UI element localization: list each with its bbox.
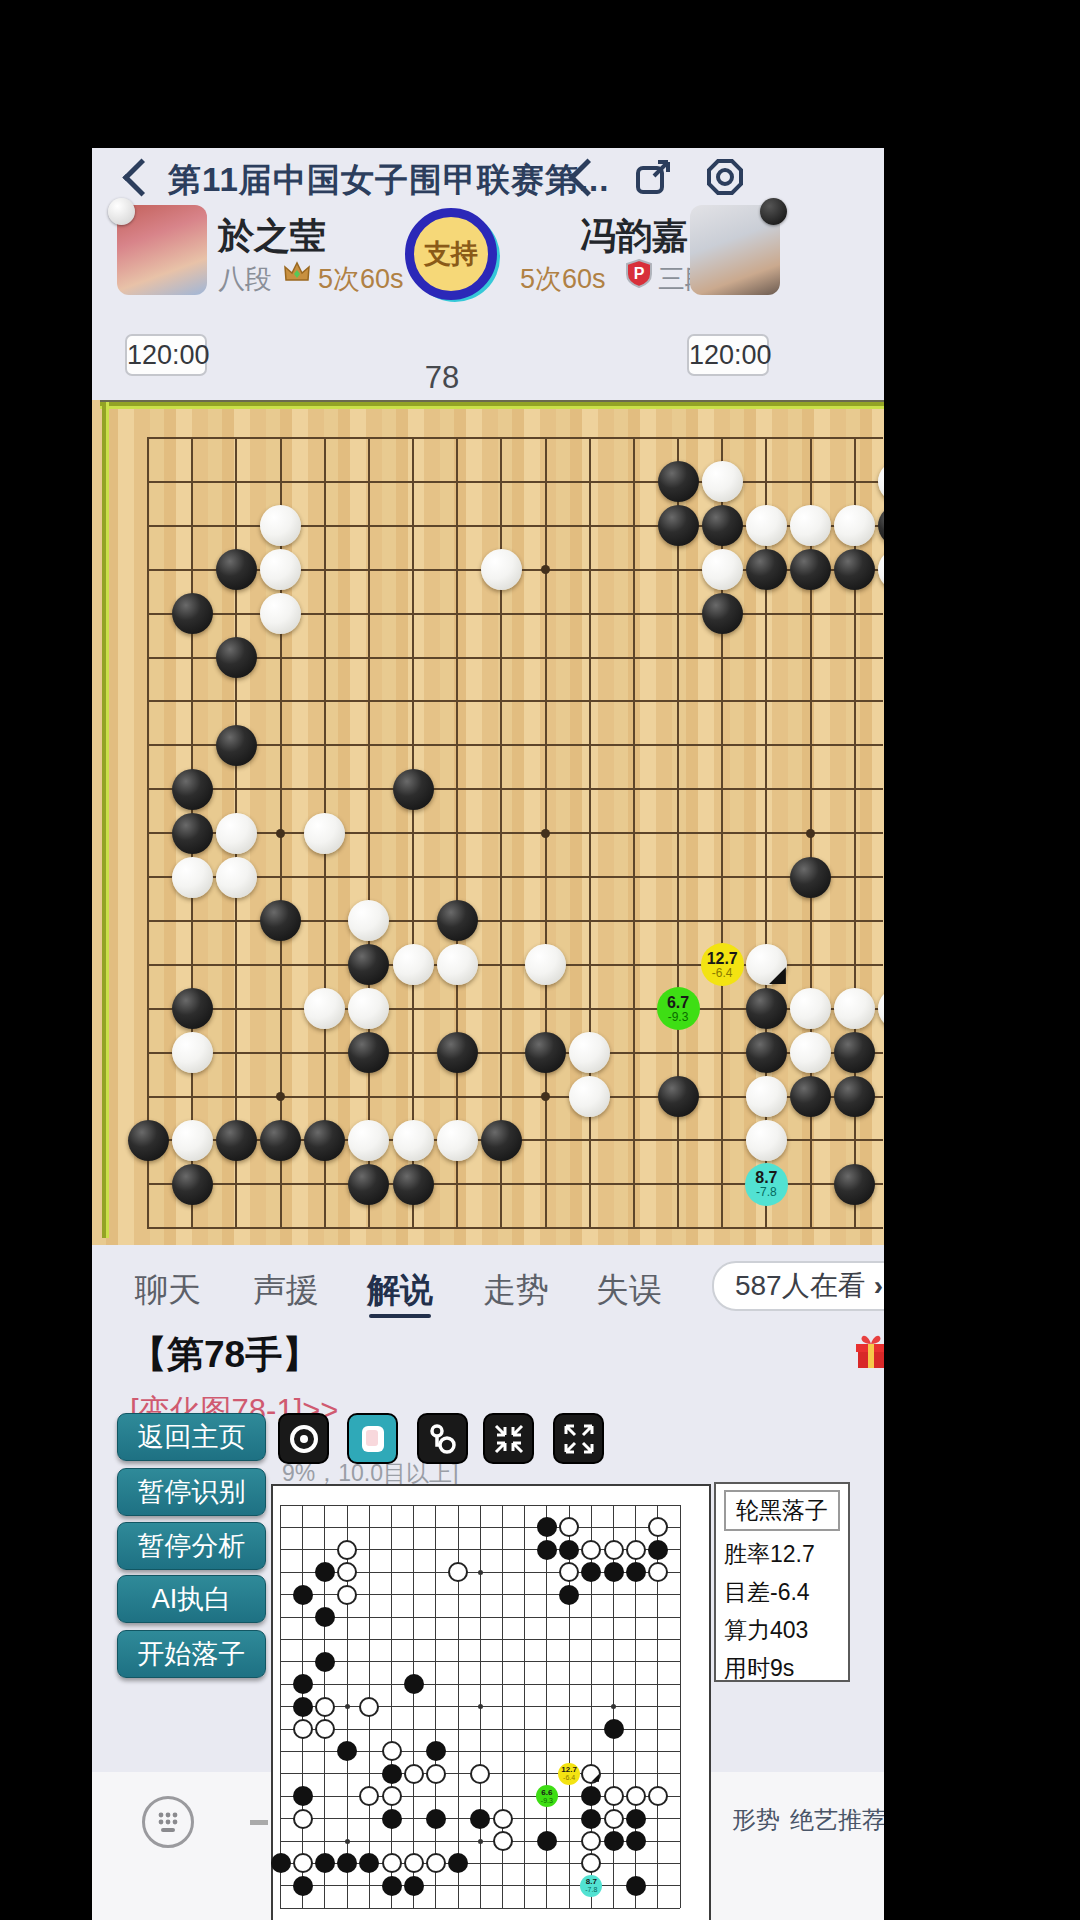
score-diff-value: -6.4 — [770, 1579, 810, 1605]
stone-black — [337, 1741, 357, 1761]
page-title: 第11届中国女子围甲联赛第... — [168, 158, 609, 203]
black-stone-badge — [760, 198, 787, 225]
score-diff-label: 目差 — [724, 1579, 770, 1605]
stone-white — [604, 1540, 624, 1560]
stone-black — [172, 769, 213, 810]
phone-screenshot: 第11届中国女子围甲联赛第... 於之莹 八段 5次60s 120:00 支持 … — [0, 0, 1080, 1920]
stone-white — [293, 1809, 313, 1829]
stone-black — [293, 1876, 313, 1896]
black-player-clock: 120:00 — [125, 334, 207, 376]
stone-white — [437, 1120, 478, 1161]
viewers-pill[interactable]: 587人在看 › — [712, 1261, 884, 1311]
stone-white — [337, 1585, 357, 1605]
stone-black — [260, 900, 301, 941]
tab-commentary[interactable]: 解说 — [367, 1268, 433, 1313]
stone-black — [315, 1853, 335, 1873]
stone-white — [382, 1786, 402, 1806]
stone-white — [172, 1120, 213, 1161]
mini-recognition-board: 12.7-6.46.6-9.38.7-7.8 — [271, 1484, 711, 1920]
stone-black — [293, 1585, 313, 1605]
back-chevron-icon[interactable] — [128, 164, 155, 191]
stone-black — [216, 637, 257, 678]
hoshi-point — [276, 1092, 285, 1101]
stone-white — [648, 1517, 668, 1537]
branch-icon[interactable] — [417, 1413, 468, 1464]
stone-white — [702, 549, 743, 590]
settings-icon[interactable] — [704, 156, 746, 202]
stone-white — [559, 1517, 579, 1537]
stone-white — [304, 813, 345, 854]
stone-white — [426, 1764, 446, 1784]
chevron-right-icon: › — [874, 1270, 883, 1302]
go-app: 第11届中国女子围甲联赛第... 於之莹 八段 5次60s 120:00 支持 … — [92, 148, 884, 1920]
stone-black — [559, 1540, 579, 1560]
stone-black — [834, 1032, 875, 1073]
ai-move-suggestion: 6.7-9.3 — [657, 987, 700, 1030]
last-move-marker — [591, 1774, 599, 1782]
stone-white — [790, 1032, 831, 1073]
stone-black — [626, 1876, 646, 1896]
stone-black — [172, 988, 213, 1029]
stone-white — [348, 900, 389, 941]
stone-black — [293, 1674, 313, 1694]
stone-white — [404, 1853, 424, 1873]
stone-white — [626, 1786, 646, 1806]
stone-white — [172, 1032, 213, 1073]
stone-white — [581, 1853, 601, 1873]
pause-recognition-button[interactable]: 暂停识别 — [117, 1468, 266, 1516]
stone-white — [359, 1786, 379, 1806]
stone-black — [437, 1032, 478, 1073]
stone-white — [626, 1540, 646, 1560]
stone-black — [315, 1652, 335, 1672]
stone-black — [581, 1809, 601, 1829]
stone-black — [382, 1764, 402, 1784]
stone-black — [348, 1032, 389, 1073]
stone-white — [493, 1809, 513, 1829]
last-move-marker — [769, 967, 786, 984]
hoshi-point — [806, 829, 815, 838]
stone-black — [525, 1032, 566, 1073]
stone-white — [437, 944, 478, 985]
stone-black — [746, 1032, 787, 1073]
stone-black — [878, 505, 884, 546]
stone-black — [271, 1853, 291, 1873]
stone-white — [260, 549, 301, 590]
stone-white — [493, 1831, 513, 1851]
stone-white — [260, 593, 301, 634]
ai-move-suggestion: 8.7-7.8 — [580, 1875, 602, 1897]
stone-white — [790, 988, 831, 1029]
stone-black — [626, 1562, 646, 1582]
stone-white — [581, 1831, 601, 1851]
stone-white — [348, 1120, 389, 1161]
expand-icon[interactable] — [553, 1413, 604, 1464]
time-used-value: 9s — [770, 1655, 794, 1681]
ai-move-suggestion: 12.7-6.4 — [558, 1763, 580, 1785]
stone-black — [626, 1809, 646, 1829]
stone-black — [348, 944, 389, 985]
stone-black — [658, 505, 699, 546]
stone-black — [470, 1809, 490, 1829]
stone-black — [537, 1540, 557, 1560]
stone-black — [658, 461, 699, 502]
stone-black — [293, 1697, 313, 1717]
stone-black — [746, 549, 787, 590]
stone-black — [128, 1120, 169, 1161]
stone-black — [702, 505, 743, 546]
stone-white — [359, 1697, 379, 1717]
stone-white — [559, 1562, 579, 1582]
stone-black — [172, 813, 213, 854]
tab-chat[interactable]: 聊天 — [135, 1268, 201, 1313]
playouts-label: 算力 — [724, 1617, 770, 1643]
stone-black — [172, 593, 213, 634]
shield-p-icon: P — [624, 258, 654, 292]
stone-black — [426, 1809, 446, 1829]
white-player-name: 冯韵嘉 — [580, 212, 688, 261]
stone-black — [702, 593, 743, 634]
stone-white — [604, 1809, 624, 1829]
ai-move-suggestion: 12.7-6.4 — [701, 943, 744, 986]
white-stone-badge — [108, 198, 135, 225]
stone-white — [834, 988, 875, 1029]
pause-analysis-button[interactable]: 暂停分析 — [117, 1522, 266, 1570]
stone-black — [437, 900, 478, 941]
active-tab-underline — [369, 1314, 431, 1318]
stone-white — [216, 813, 257, 854]
stone-white — [746, 944, 787, 985]
ai-move-suggestion: 6.6-9.3 — [536, 1785, 558, 1807]
hoshi-point — [541, 1092, 550, 1101]
stone-white — [304, 988, 345, 1029]
stone-black — [604, 1719, 624, 1739]
stone-black — [604, 1562, 624, 1582]
stone-black — [648, 1540, 668, 1560]
stone-white — [569, 1032, 610, 1073]
stone-white — [648, 1562, 668, 1582]
time-used-label: 用时 — [724, 1655, 770, 1681]
tab-trend[interactable]: 走势 — [483, 1268, 549, 1313]
stone-black — [658, 1076, 699, 1117]
stone-white — [834, 505, 875, 546]
black-player-rank: 八段 — [218, 261, 272, 297]
hoshi-point — [478, 1839, 483, 1844]
stone-white — [878, 549, 884, 590]
hoshi-point — [276, 829, 285, 838]
stone-black — [348, 1164, 389, 1205]
stone-white — [315, 1697, 335, 1717]
stone-black — [304, 1120, 345, 1161]
stone-black — [746, 988, 787, 1029]
stone-white — [878, 461, 884, 502]
stone-white — [746, 1120, 787, 1161]
stone-white — [172, 857, 213, 898]
hoshi-point — [611, 1704, 616, 1709]
emoji-keyboard-icon[interactable] — [142, 1796, 194, 1848]
stone-white — [315, 1719, 335, 1739]
tab-cheer[interactable]: 声援 — [253, 1268, 319, 1313]
move-number: 78 — [392, 360, 492, 396]
white-player-time-rule: 5次60s — [520, 261, 606, 297]
stone-black — [790, 857, 831, 898]
hoshi-point — [541, 565, 550, 574]
support-button[interactable]: 支持 — [405, 208, 497, 300]
stone-white — [382, 1853, 402, 1873]
stone-white — [470, 1764, 490, 1784]
divider-dash — [250, 1820, 268, 1825]
ai-recommend-button[interactable]: 绝艺推荐 — [790, 1804, 884, 1836]
stone-black — [604, 1831, 624, 1851]
white-player-clock: 120:00 — [687, 334, 769, 376]
stone-black — [382, 1809, 402, 1829]
stone-black — [426, 1741, 446, 1761]
stone-black — [216, 725, 257, 766]
stone-black — [393, 769, 434, 810]
hoshi-point — [345, 1704, 350, 1709]
black-player-time-rule: 5次60s — [318, 261, 404, 297]
stone-white — [790, 505, 831, 546]
stone-black — [172, 1164, 213, 1205]
start-play-button[interactable]: 开始落子 — [117, 1630, 266, 1678]
stone-black — [790, 549, 831, 590]
record-icon[interactable] — [278, 1413, 329, 1464]
ai-move-suggestion: 8.7-7.8 — [745, 1163, 788, 1206]
stone-white — [393, 1120, 434, 1161]
hoshi-point — [478, 1704, 483, 1709]
playouts-value: 403 — [770, 1617, 808, 1643]
stone-black — [337, 1853, 357, 1873]
stone-white — [581, 1540, 601, 1560]
stone-white — [878, 988, 884, 1029]
stone-black — [382, 1876, 402, 1896]
tab-mistakes[interactable]: 失误 — [596, 1268, 662, 1313]
stone-white — [604, 1786, 624, 1806]
stone-black — [293, 1786, 313, 1806]
stone-white — [481, 549, 522, 590]
stone-black — [359, 1853, 379, 1873]
stone-black — [834, 1076, 875, 1117]
stone-white — [216, 857, 257, 898]
stone-white — [382, 1741, 402, 1761]
hoshi-point — [478, 1570, 483, 1575]
stone-white — [404, 1764, 424, 1784]
collapse-chevron-icon[interactable] — [574, 164, 601, 191]
stone-black — [315, 1607, 335, 1627]
stone-white — [581, 1764, 601, 1784]
stone-white — [393, 944, 434, 985]
winrate-value: 12.7 — [770, 1541, 815, 1567]
stone-black — [404, 1674, 424, 1694]
stone-white — [293, 1719, 313, 1739]
stone-white — [426, 1853, 446, 1873]
go-board[interactable]: 12.7-6.46.7-9.38.7-7.8 — [92, 400, 884, 1245]
collapse-icon[interactable] — [483, 1413, 534, 1464]
stone-black — [626, 1831, 646, 1851]
stone-black — [404, 1876, 424, 1896]
stone-black — [481, 1120, 522, 1161]
ai-info-panel: 轮黑落子 胜率12.7 目差-6.4 算力403 用时9s — [714, 1482, 850, 1682]
stone-black — [315, 1562, 335, 1582]
ai-white-button[interactable]: AI执白 — [117, 1575, 266, 1623]
stone-black — [216, 1120, 257, 1161]
stone-black — [581, 1562, 601, 1582]
stone-black — [448, 1853, 468, 1873]
stone-white — [337, 1540, 357, 1560]
stone-black — [393, 1164, 434, 1205]
stone-white — [746, 505, 787, 546]
stone-black — [537, 1517, 557, 1537]
gift-icon[interactable] — [854, 1332, 884, 1370]
stone-white — [746, 1076, 787, 1117]
stone-black — [581, 1786, 601, 1806]
stone-black — [537, 1831, 557, 1851]
shape-button[interactable]: 形势 — [732, 1804, 780, 1836]
home-button[interactable]: 返回主页 — [117, 1413, 266, 1461]
stone-white — [525, 944, 566, 985]
stone-black — [834, 549, 875, 590]
crown-icon — [282, 258, 312, 292]
stone-black — [790, 1076, 831, 1117]
viewers-count: 587人在看 — [735, 1267, 866, 1305]
move-header: 【第78手】 — [130, 1330, 319, 1380]
stone-white — [337, 1562, 357, 1582]
stone-black — [216, 549, 257, 590]
to-move-label: 轮黑落子 — [724, 1490, 840, 1531]
stone-white — [648, 1786, 668, 1806]
stone-white — [293, 1853, 313, 1873]
stone-white — [569, 1076, 610, 1117]
stone-black — [834, 1164, 875, 1205]
winrate-label: 胜率 — [724, 1541, 770, 1567]
stone-white — [348, 988, 389, 1029]
stone-white — [448, 1562, 468, 1582]
stone-black — [559, 1585, 579, 1605]
stone-white — [702, 461, 743, 502]
hoshi-point — [345, 1839, 350, 1844]
hoshi-point — [541, 829, 550, 838]
black-player-name: 於之莹 — [218, 212, 326, 261]
share-icon[interactable] — [632, 156, 674, 202]
svg-text:P: P — [634, 265, 645, 282]
window-select-icon[interactable] — [347, 1413, 398, 1464]
stone-white — [260, 505, 301, 546]
stone-black — [260, 1120, 301, 1161]
